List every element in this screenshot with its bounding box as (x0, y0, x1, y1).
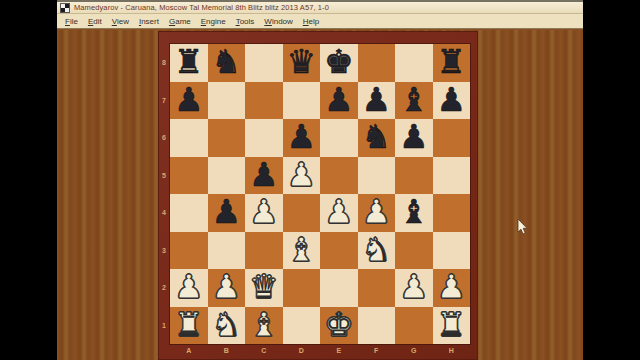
square-g2[interactable]: ♟ (395, 269, 433, 307)
black-pawn[interactable]: ♟ (399, 119, 429, 156)
black-pawn[interactable]: ♟ (361, 82, 391, 119)
square-f3[interactable]: ♞ (358, 232, 396, 270)
menu-tools[interactable]: Tools (231, 15, 260, 28)
file-label-b: B (208, 344, 246, 358)
app-chessboard-icon (60, 3, 70, 13)
file-label-g: G (395, 344, 433, 358)
square-f8[interactable] (358, 44, 396, 82)
square-c1[interactable]: ♝ (245, 307, 283, 345)
square-c2[interactable]: ♛ (245, 269, 283, 307)
square-b8[interactable]: ♞ (208, 44, 246, 82)
menu-file[interactable]: File (60, 15, 83, 28)
black-knight[interactable]: ♞ (211, 44, 241, 81)
square-e8[interactable]: ♚ (320, 44, 358, 82)
square-e7[interactable]: ♟ (320, 82, 358, 120)
square-f4[interactable]: ♟ (358, 194, 396, 232)
square-f6[interactable]: ♞ (358, 119, 396, 157)
square-e3[interactable] (320, 232, 358, 270)
white-bishop[interactable]: ♝ (249, 307, 279, 344)
white-rook[interactable]: ♜ (174, 307, 204, 344)
square-a2[interactable]: ♟ (170, 269, 208, 307)
square-e4[interactable]: ♟ (320, 194, 358, 232)
square-c6[interactable] (245, 119, 283, 157)
square-g6[interactable]: ♟ (395, 119, 433, 157)
black-bishop[interactable]: ♝ (399, 82, 429, 119)
square-h8[interactable]: ♜ (433, 44, 471, 82)
square-e1[interactable]: ♚ (320, 307, 358, 345)
menu-game[interactable]: Game (164, 15, 196, 28)
square-h3[interactable] (433, 232, 471, 270)
square-f5[interactable] (358, 157, 396, 195)
square-h7[interactable]: ♟ (433, 82, 471, 120)
black-bishop[interactable]: ♝ (399, 194, 429, 231)
square-h4[interactable] (433, 194, 471, 232)
square-h1[interactable]: ♜ (433, 307, 471, 345)
square-g4[interactable]: ♝ (395, 194, 433, 232)
white-king[interactable]: ♚ (324, 307, 354, 344)
menu-bar: File Edit View Insert Game Engine Tools … (57, 14, 583, 29)
square-b2[interactable]: ♟ (208, 269, 246, 307)
white-pawn[interactable]: ♟ (324, 194, 354, 231)
white-queen[interactable]: ♛ (249, 269, 279, 306)
rank-label-1: 1 (158, 307, 170, 345)
menu-view[interactable]: View (107, 15, 134, 28)
chess-board: 87654321 ♜♞♛♚♜♟♟♟♝♟♟♞♟♟♟♟♟♟♟♝♝♞♟♟♛♟♟♜♞♝♚… (158, 31, 478, 360)
square-h5[interactable] (433, 157, 471, 195)
square-d2[interactable] (283, 269, 321, 307)
square-f7[interactable]: ♟ (358, 82, 396, 120)
menu-window[interactable]: Window (259, 15, 297, 28)
square-d1[interactable] (283, 307, 321, 345)
white-bishop[interactable]: ♝ (286, 232, 316, 269)
rank-labels: 87654321 (158, 44, 170, 344)
black-rook[interactable]: ♜ (436, 44, 466, 81)
white-rook[interactable]: ♜ (436, 307, 466, 344)
video-frame: Mamedyarov - Caruana, Moscow Tal Memoria… (0, 0, 640, 360)
black-pawn[interactable]: ♟ (286, 119, 316, 156)
square-c3[interactable] (245, 232, 283, 270)
file-label-h: H (433, 344, 471, 358)
square-e2[interactable] (320, 269, 358, 307)
square-c8[interactable] (245, 44, 283, 82)
menu-insert[interactable]: Insert (134, 15, 164, 28)
black-knight[interactable]: ♞ (361, 119, 391, 156)
white-pawn[interactable]: ♟ (436, 269, 466, 306)
square-b5[interactable] (208, 157, 246, 195)
mouse-cursor-icon (517, 219, 529, 237)
square-f2[interactable] (358, 269, 396, 307)
square-a1[interactable]: ♜ (170, 307, 208, 345)
square-h2[interactable]: ♟ (433, 269, 471, 307)
square-b6[interactable] (208, 119, 246, 157)
white-pawn[interactable]: ♟ (211, 269, 241, 306)
rank-label-6: 6 (158, 119, 170, 157)
square-e6[interactable] (320, 119, 358, 157)
square-h6[interactable] (433, 119, 471, 157)
file-label-f: F (358, 344, 396, 358)
black-pawn[interactable]: ♟ (249, 157, 279, 194)
white-knight[interactable]: ♞ (361, 232, 391, 269)
file-label-a: A (170, 344, 208, 358)
square-a7[interactable]: ♟ (170, 82, 208, 120)
square-a3[interactable] (170, 232, 208, 270)
square-b7[interactable] (208, 82, 246, 120)
file-label-d: D (283, 344, 321, 358)
white-pawn[interactable]: ♟ (174, 269, 204, 306)
square-a5[interactable] (170, 157, 208, 195)
rank-label-4: 4 (158, 194, 170, 232)
rank-label-8: 8 (158, 44, 170, 82)
black-king[interactable]: ♚ (324, 44, 354, 81)
white-knight[interactable]: ♞ (211, 307, 241, 344)
file-label-c: C (245, 344, 283, 358)
square-d7[interactable] (283, 82, 321, 120)
square-b4[interactable]: ♟ (208, 194, 246, 232)
black-pawn[interactable]: ♟ (211, 194, 241, 231)
square-d8[interactable]: ♛ (283, 44, 321, 82)
square-d4[interactable] (283, 194, 321, 232)
square-g8[interactable] (395, 44, 433, 82)
black-queen[interactable]: ♛ (286, 44, 316, 81)
square-c5[interactable]: ♟ (245, 157, 283, 195)
white-pawn[interactable]: ♟ (249, 194, 279, 231)
window-title: Mamedyarov - Caruana, Moscow Tal Memoria… (74, 3, 329, 12)
white-pawn[interactable]: ♟ (399, 269, 429, 306)
square-b3[interactable] (208, 232, 246, 270)
title-bar[interactable]: Mamedyarov - Caruana, Moscow Tal Memoria… (57, 2, 583, 14)
white-pawn[interactable]: ♟ (361, 194, 391, 231)
file-labels: ABCDEFGH (170, 344, 470, 360)
file-label-e: E (320, 344, 358, 358)
board-grid: ♜♞♛♚♜♟♟♟♝♟♟♞♟♟♟♟♟♟♟♝♝♞♟♟♛♟♟♜♞♝♚♜ (170, 44, 470, 344)
menu-help[interactable]: Help (298, 15, 324, 28)
square-a6[interactable] (170, 119, 208, 157)
square-b1[interactable]: ♞ (208, 307, 246, 345)
white-pawn[interactable]: ♟ (286, 157, 316, 194)
rank-label-3: 3 (158, 232, 170, 270)
black-pawn[interactable]: ♟ (174, 82, 204, 119)
square-c7[interactable] (245, 82, 283, 120)
square-g3[interactable] (395, 232, 433, 270)
square-g7[interactable]: ♝ (395, 82, 433, 120)
black-rook[interactable]: ♜ (174, 44, 204, 81)
menu-engine[interactable]: Engine (196, 15, 231, 28)
square-d3[interactable]: ♝ (283, 232, 321, 270)
square-c4[interactable]: ♟ (245, 194, 283, 232)
rank-label-7: 7 (158, 82, 170, 120)
black-pawn[interactable]: ♟ (436, 82, 466, 119)
square-e5[interactable] (320, 157, 358, 195)
rank-label-2: 2 (158, 269, 170, 307)
rank-label-5: 5 (158, 157, 170, 195)
square-g1[interactable] (395, 307, 433, 345)
square-f1[interactable] (358, 307, 396, 345)
square-g5[interactable] (395, 157, 433, 195)
square-d6[interactable]: ♟ (283, 119, 321, 157)
square-a8[interactable]: ♜ (170, 44, 208, 82)
square-a4[interactable] (170, 194, 208, 232)
black-pawn[interactable]: ♟ (324, 82, 354, 119)
square-d5[interactable]: ♟ (283, 157, 321, 195)
menu-edit[interactable]: Edit (83, 15, 107, 28)
